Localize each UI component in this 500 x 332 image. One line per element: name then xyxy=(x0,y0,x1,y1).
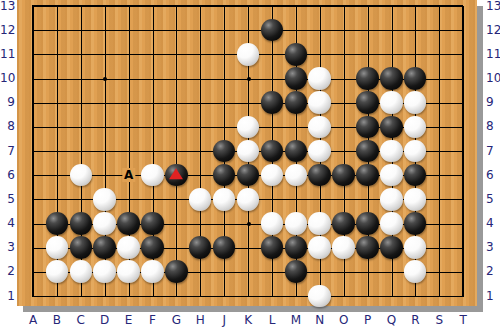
intersection-N7[interactable] xyxy=(308,139,332,163)
intersection-A11[interactable] xyxy=(21,42,45,66)
white-stone-E2[interactable] xyxy=(117,260,140,283)
black-stone-J3[interactable] xyxy=(213,236,236,259)
intersection-N5[interactable] xyxy=(308,187,332,211)
black-stone-M3[interactable] xyxy=(285,236,308,259)
intersection-O4[interactable] xyxy=(332,211,356,235)
intersection-K8[interactable] xyxy=(236,115,260,139)
black-stone-P6[interactable] xyxy=(356,164,379,187)
intersection-B2[interactable] xyxy=(45,260,69,284)
intersection-A8[interactable] xyxy=(21,115,45,139)
black-stone-F4[interactable] xyxy=(141,212,164,235)
intersection-M7[interactable] xyxy=(284,139,308,163)
intersection-E9[interactable] xyxy=(117,91,141,115)
intersection-J7[interactable] xyxy=(212,139,236,163)
intersection-J13[interactable] xyxy=(212,0,236,18)
black-stone-K6[interactable] xyxy=(237,164,260,187)
intersection-O9[interactable] xyxy=(332,91,356,115)
intersection-E10[interactable] xyxy=(117,66,141,90)
intersection-R5[interactable] xyxy=(403,187,427,211)
intersection-P11[interactable] xyxy=(356,42,380,66)
intersection-C2[interactable] xyxy=(69,260,93,284)
intersection-P4[interactable] xyxy=(356,211,380,235)
intersection-P13[interactable] xyxy=(356,0,380,18)
white-stone-K7[interactable] xyxy=(237,140,260,163)
intersection-E2[interactable] xyxy=(117,260,141,284)
intersection-P9[interactable] xyxy=(356,91,380,115)
intersection-S1[interactable] xyxy=(427,284,451,308)
intersection-D13[interactable] xyxy=(93,0,117,18)
black-stone-L12[interactable] xyxy=(261,19,284,42)
intersection-R4[interactable] xyxy=(403,211,427,235)
intersection-Q13[interactable] xyxy=(379,0,403,18)
white-stone-Q4[interactable] xyxy=(380,212,403,235)
white-stone-J5[interactable] xyxy=(213,188,236,211)
intersection-G10[interactable] xyxy=(164,66,188,90)
intersection-J5[interactable] xyxy=(212,187,236,211)
intersection-S13[interactable] xyxy=(427,0,451,18)
intersection-S12[interactable] xyxy=(427,18,451,42)
intersection-T12[interactable] xyxy=(451,18,475,42)
black-stone-R6[interactable] xyxy=(404,164,427,187)
intersection-L4[interactable] xyxy=(260,211,284,235)
intersection-L9[interactable] xyxy=(260,91,284,115)
intersection-P1[interactable] xyxy=(356,284,380,308)
intersection-G5[interactable] xyxy=(164,187,188,211)
intersection-F3[interactable] xyxy=(141,235,165,259)
intersection-K5[interactable] xyxy=(236,187,260,211)
intersection-O8[interactable] xyxy=(332,115,356,139)
intersection-H13[interactable] xyxy=(188,0,212,18)
intersection-J4[interactable] xyxy=(212,211,236,235)
intersection-M11[interactable] xyxy=(284,42,308,66)
intersection-C4[interactable] xyxy=(69,211,93,235)
intersection-F6[interactable] xyxy=(141,163,165,187)
intersection-D8[interactable] xyxy=(93,115,117,139)
intersection-H9[interactable] xyxy=(188,91,212,115)
intersection-S10[interactable] xyxy=(427,66,451,90)
white-stone-N10[interactable] xyxy=(308,67,331,90)
intersection-R2[interactable] xyxy=(403,260,427,284)
intersection-C7[interactable] xyxy=(69,139,93,163)
intersection-G1[interactable] xyxy=(164,284,188,308)
white-stone-F2[interactable] xyxy=(141,260,164,283)
white-stone-R7[interactable] xyxy=(404,140,427,163)
intersection-T4[interactable] xyxy=(451,211,475,235)
intersection-K6[interactable] xyxy=(236,163,260,187)
intersection-A10[interactable] xyxy=(21,66,45,90)
white-stone-R9[interactable] xyxy=(404,91,427,114)
intersection-F10[interactable] xyxy=(141,66,165,90)
black-stone-G6[interactable] xyxy=(165,164,188,187)
black-stone-Q8[interactable] xyxy=(380,116,403,139)
intersection-H2[interactable] xyxy=(188,260,212,284)
intersection-O3[interactable] xyxy=(332,235,356,259)
intersection-B1[interactable] xyxy=(45,284,69,308)
intersection-R8[interactable] xyxy=(403,115,427,139)
intersection-L11[interactable] xyxy=(260,42,284,66)
white-stone-R5[interactable] xyxy=(404,188,427,211)
intersection-J6[interactable] xyxy=(212,163,236,187)
intersection-H12[interactable] xyxy=(188,18,212,42)
intersection-S11[interactable] xyxy=(427,42,451,66)
intersection-R3[interactable] xyxy=(403,235,427,259)
intersection-K3[interactable] xyxy=(236,235,260,259)
intersection-E3[interactable] xyxy=(117,235,141,259)
intersection-O5[interactable] xyxy=(332,187,356,211)
white-stone-B3[interactable] xyxy=(46,236,69,259)
intersection-Q1[interactable] xyxy=(379,284,403,308)
black-stone-G2[interactable] xyxy=(165,260,188,283)
intersection-Q4[interactable] xyxy=(379,211,403,235)
intersection-R12[interactable] xyxy=(403,18,427,42)
white-stone-N7[interactable] xyxy=(308,140,331,163)
intersection-G3[interactable] xyxy=(164,235,188,259)
intersection-E4[interactable] xyxy=(117,211,141,235)
intersection-M8[interactable] xyxy=(284,115,308,139)
black-stone-L9[interactable] xyxy=(261,91,284,114)
intersection-O6[interactable] xyxy=(332,163,356,187)
intersection-K11[interactable] xyxy=(236,42,260,66)
intersection-K9[interactable] xyxy=(236,91,260,115)
black-stone-P4[interactable] xyxy=(356,212,379,235)
intersection-J8[interactable] xyxy=(212,115,236,139)
intersection-B12[interactable] xyxy=(45,18,69,42)
intersection-A1[interactable] xyxy=(21,284,45,308)
intersection-A6[interactable] xyxy=(21,163,45,187)
black-stone-P9[interactable] xyxy=(356,91,379,114)
intersection-M6[interactable] xyxy=(284,163,308,187)
intersection-F1[interactable] xyxy=(141,284,165,308)
white-stone-Q6[interactable] xyxy=(380,164,403,187)
intersection-F5[interactable] xyxy=(141,187,165,211)
intersection-S4[interactable] xyxy=(427,211,451,235)
intersection-C8[interactable] xyxy=(69,115,93,139)
intersection-G4[interactable] xyxy=(164,211,188,235)
intersection-L2[interactable] xyxy=(260,260,284,284)
white-stone-K11[interactable] xyxy=(237,43,260,66)
intersection-J1[interactable] xyxy=(212,284,236,308)
intersection-Q5[interactable] xyxy=(379,187,403,211)
intersection-T6[interactable] xyxy=(451,163,475,187)
intersection-P3[interactable] xyxy=(356,235,380,259)
white-stone-N3[interactable] xyxy=(308,236,331,259)
intersection-Q7[interactable] xyxy=(379,139,403,163)
intersection-J3[interactable] xyxy=(212,235,236,259)
intersection-F9[interactable] xyxy=(141,91,165,115)
intersection-N1[interactable] xyxy=(308,284,332,308)
intersection-M1[interactable] xyxy=(284,284,308,308)
white-stone-L4[interactable] xyxy=(261,212,284,235)
intersection-B7[interactable] xyxy=(45,139,69,163)
intersection-G7[interactable] xyxy=(164,139,188,163)
intersection-N10[interactable] xyxy=(308,66,332,90)
intersection-S9[interactable] xyxy=(427,91,451,115)
white-stone-O3[interactable] xyxy=(332,236,355,259)
intersection-R6[interactable] xyxy=(403,163,427,187)
intersection-A5[interactable] xyxy=(21,187,45,211)
intersection-E8[interactable] xyxy=(117,115,141,139)
intersection-K4[interactable] xyxy=(236,211,260,235)
intersection-L12[interactable] xyxy=(260,18,284,42)
intersection-N12[interactable] xyxy=(308,18,332,42)
intersection-Q12[interactable] xyxy=(379,18,403,42)
intersection-J9[interactable] xyxy=(212,91,236,115)
intersection-M5[interactable] xyxy=(284,187,308,211)
black-stone-Q10[interactable] xyxy=(380,67,403,90)
intersection-B11[interactable] xyxy=(45,42,69,66)
intersection-B5[interactable] xyxy=(45,187,69,211)
intersection-E5[interactable] xyxy=(117,187,141,211)
intersection-D5[interactable] xyxy=(93,187,117,211)
intersection-F13[interactable] xyxy=(141,0,165,18)
intersection-S6[interactable] xyxy=(427,163,451,187)
intersection-Q11[interactable] xyxy=(379,42,403,66)
intersection-G11[interactable] xyxy=(164,42,188,66)
white-stone-F6[interactable] xyxy=(141,164,164,187)
intersection-T7[interactable] xyxy=(451,139,475,163)
intersection-T9[interactable] xyxy=(451,91,475,115)
intersection-H5[interactable] xyxy=(188,187,212,211)
intersection-L5[interactable] xyxy=(260,187,284,211)
black-stone-H3[interactable] xyxy=(189,236,212,259)
intersection-C11[interactable] xyxy=(69,42,93,66)
intersection-G12[interactable] xyxy=(164,18,188,42)
white-stone-E3[interactable] xyxy=(117,236,140,259)
intersection-D2[interactable] xyxy=(93,260,117,284)
intersection-H11[interactable] xyxy=(188,42,212,66)
intersection-E11[interactable] xyxy=(117,42,141,66)
intersection-F8[interactable] xyxy=(141,115,165,139)
intersection-N6[interactable] xyxy=(308,163,332,187)
intersection-H1[interactable] xyxy=(188,284,212,308)
intersection-N4[interactable] xyxy=(308,211,332,235)
intersection-K1[interactable] xyxy=(236,284,260,308)
intersection-F4[interactable] xyxy=(141,211,165,235)
intersection-R11[interactable] xyxy=(403,42,427,66)
intersection-T11[interactable] xyxy=(451,42,475,66)
intersection-L3[interactable] xyxy=(260,235,284,259)
white-stone-C2[interactable] xyxy=(70,260,93,283)
intersection-J2[interactable] xyxy=(212,260,236,284)
intersection-T13[interactable] xyxy=(451,0,475,18)
intersection-G8[interactable] xyxy=(164,115,188,139)
intersection-P10[interactable] xyxy=(356,66,380,90)
intersection-T10[interactable] xyxy=(451,66,475,90)
intersection-S5[interactable] xyxy=(427,187,451,211)
black-stone-E4[interactable] xyxy=(117,212,140,235)
intersection-E13[interactable] xyxy=(117,0,141,18)
intersection-L10[interactable] xyxy=(260,66,284,90)
black-stone-J7[interactable] xyxy=(213,140,236,163)
intersection-G13[interactable] xyxy=(164,0,188,18)
black-stone-P3[interactable] xyxy=(356,236,379,259)
white-stone-Q9[interactable] xyxy=(380,91,403,114)
intersection-G6[interactable] xyxy=(164,163,188,187)
intersection-H8[interactable] xyxy=(188,115,212,139)
black-stone-O6[interactable] xyxy=(332,164,355,187)
white-stone-D2[interactable] xyxy=(93,260,116,283)
white-stone-Q7[interactable] xyxy=(380,140,403,163)
intersection-O11[interactable] xyxy=(332,42,356,66)
intersection-D6[interactable] xyxy=(93,163,117,187)
black-stone-P10[interactable] xyxy=(356,67,379,90)
white-stone-M6[interactable] xyxy=(285,164,308,187)
intersection-O2[interactable] xyxy=(332,260,356,284)
white-stone-N4[interactable] xyxy=(308,212,331,235)
intersection-F11[interactable] xyxy=(141,42,165,66)
intersection-K7[interactable] xyxy=(236,139,260,163)
white-stone-L6[interactable] xyxy=(261,164,284,187)
intersection-O1[interactable] xyxy=(332,284,356,308)
intersection-N9[interactable] xyxy=(308,91,332,115)
black-stone-M7[interactable] xyxy=(285,140,308,163)
white-stone-R2[interactable] xyxy=(404,260,427,283)
black-stone-O4[interactable] xyxy=(332,212,355,235)
intersection-C3[interactable] xyxy=(69,235,93,259)
intersection-L6[interactable] xyxy=(260,163,284,187)
intersection-G2[interactable] xyxy=(164,260,188,284)
intersection-K10[interactable] xyxy=(236,66,260,90)
go-board[interactable]: A xyxy=(17,0,477,306)
intersection-Q2[interactable] xyxy=(379,260,403,284)
intersection-B3[interactable] xyxy=(45,235,69,259)
white-stone-K8[interactable] xyxy=(237,116,260,139)
black-stone-M9[interactable] xyxy=(285,91,308,114)
white-stone-N1[interactable] xyxy=(308,285,331,308)
intersection-A13[interactable] xyxy=(21,0,45,18)
white-stone-C6[interactable] xyxy=(70,164,93,187)
intersection-J10[interactable] xyxy=(212,66,236,90)
intersection-D12[interactable] xyxy=(93,18,117,42)
intersection-O12[interactable] xyxy=(332,18,356,42)
intersection-T1[interactable] xyxy=(451,284,475,308)
intersection-N3[interactable] xyxy=(308,235,332,259)
intersection-D1[interactable] xyxy=(93,284,117,308)
intersection-C13[interactable] xyxy=(69,0,93,18)
intersection-H3[interactable] xyxy=(188,235,212,259)
intersection-L1[interactable] xyxy=(260,284,284,308)
intersection-Q10[interactable] xyxy=(379,66,403,90)
intersection-H10[interactable] xyxy=(188,66,212,90)
black-stone-L3[interactable] xyxy=(261,236,284,259)
intersection-F2[interactable] xyxy=(141,260,165,284)
intersection-P12[interactable] xyxy=(356,18,380,42)
intersection-R1[interactable] xyxy=(403,284,427,308)
intersection-G9[interactable] xyxy=(164,91,188,115)
black-stone-P7[interactable] xyxy=(356,140,379,163)
black-stone-M11[interactable] xyxy=(285,43,308,66)
intersection-N2[interactable] xyxy=(308,260,332,284)
intersection-A7[interactable] xyxy=(21,139,45,163)
intersection-D7[interactable] xyxy=(93,139,117,163)
white-stone-N8[interactable] xyxy=(308,116,331,139)
intersection-F12[interactable] xyxy=(141,18,165,42)
intersection-D10[interactable] xyxy=(93,66,117,90)
intersection-A9[interactable] xyxy=(21,91,45,115)
intersection-M12[interactable] xyxy=(284,18,308,42)
black-stone-J6[interactable] xyxy=(213,164,236,187)
intersection-C9[interactable] xyxy=(69,91,93,115)
intersection-K2[interactable] xyxy=(236,260,260,284)
black-stone-M2[interactable] xyxy=(285,260,308,283)
intersection-L7[interactable] xyxy=(260,139,284,163)
intersection-M2[interactable] xyxy=(284,260,308,284)
black-stone-C4[interactable] xyxy=(70,212,93,235)
black-stone-F3[interactable] xyxy=(141,236,164,259)
intersection-B4[interactable] xyxy=(45,211,69,235)
intersection-T3[interactable] xyxy=(451,235,475,259)
intersection-T5[interactable] xyxy=(451,187,475,211)
intersection-D4[interactable] xyxy=(93,211,117,235)
intersection-T2[interactable] xyxy=(451,260,475,284)
intersection-C5[interactable] xyxy=(69,187,93,211)
intersection-L8[interactable] xyxy=(260,115,284,139)
intersection-R9[interactable] xyxy=(403,91,427,115)
intersection-E1[interactable] xyxy=(117,284,141,308)
intersection-M13[interactable] xyxy=(284,0,308,18)
intersection-A3[interactable] xyxy=(21,235,45,259)
intersection-S3[interactable] xyxy=(427,235,451,259)
intersection-B6[interactable] xyxy=(45,163,69,187)
intersection-M10[interactable] xyxy=(284,66,308,90)
intersection-L13[interactable] xyxy=(260,0,284,18)
intersection-T8[interactable] xyxy=(451,115,475,139)
black-stone-R10[interactable] xyxy=(404,67,427,90)
intersection-B9[interactable] xyxy=(45,91,69,115)
intersection-N8[interactable] xyxy=(308,115,332,139)
intersection-S7[interactable] xyxy=(427,139,451,163)
white-stone-Q5[interactable] xyxy=(380,188,403,211)
white-stone-M4[interactable] xyxy=(285,212,308,235)
white-stone-N9[interactable] xyxy=(308,91,331,114)
intersection-P7[interactable] xyxy=(356,139,380,163)
intersection-J12[interactable] xyxy=(212,18,236,42)
black-stone-M10[interactable] xyxy=(285,67,308,90)
intersection-S8[interactable] xyxy=(427,115,451,139)
intersection-C6[interactable] xyxy=(69,163,93,187)
intersection-H4[interactable] xyxy=(188,211,212,235)
intersection-M3[interactable] xyxy=(284,235,308,259)
white-stone-K5[interactable] xyxy=(237,188,260,211)
intersection-O10[interactable] xyxy=(332,66,356,90)
intersection-D11[interactable] xyxy=(93,42,117,66)
intersection-K13[interactable] xyxy=(236,0,260,18)
intersection-M4[interactable] xyxy=(284,211,308,235)
intersection-E6[interactable]: A xyxy=(117,163,141,187)
intersection-M9[interactable] xyxy=(284,91,308,115)
intersection-B13[interactable] xyxy=(45,0,69,18)
white-stone-B2[interactable] xyxy=(46,260,69,283)
white-stone-H5[interactable] xyxy=(189,188,212,211)
intersection-N11[interactable] xyxy=(308,42,332,66)
intersection-C10[interactable] xyxy=(69,66,93,90)
white-stone-R8[interactable] xyxy=(404,116,427,139)
intersection-P6[interactable] xyxy=(356,163,380,187)
intersection-B10[interactable] xyxy=(45,66,69,90)
white-stone-D5[interactable] xyxy=(93,188,116,211)
intersection-R7[interactable] xyxy=(403,139,427,163)
black-stone-R4[interactable] xyxy=(404,212,427,235)
intersection-K12[interactable] xyxy=(236,18,260,42)
intersection-A12[interactable] xyxy=(21,18,45,42)
intersection-E7[interactable] xyxy=(117,139,141,163)
intersection-P8[interactable] xyxy=(356,115,380,139)
intersection-Q6[interactable] xyxy=(379,163,403,187)
intersection-R13[interactable] xyxy=(403,0,427,18)
intersection-N13[interactable] xyxy=(308,0,332,18)
black-stone-C3[interactable] xyxy=(70,236,93,259)
intersection-H6[interactable] xyxy=(188,163,212,187)
